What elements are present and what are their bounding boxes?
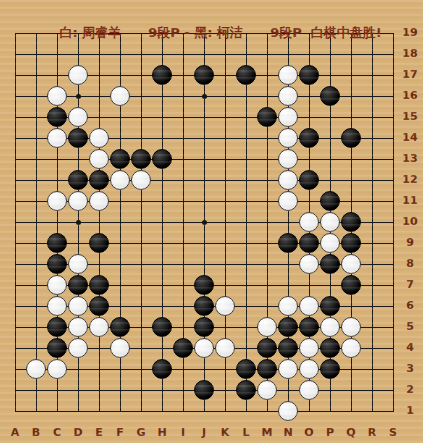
- row-label: 12: [398, 173, 422, 186]
- row-label: 18: [398, 47, 422, 60]
- row-labels: 19181716151413121110987654321: [0, 0, 423, 443]
- row-label: 3: [398, 362, 422, 375]
- row-label: 14: [398, 131, 422, 144]
- row-label: 15: [398, 110, 422, 123]
- row-label: 7: [398, 278, 422, 291]
- row-label: 17: [398, 68, 422, 81]
- row-label: 16: [398, 89, 422, 102]
- row-label: 4: [398, 341, 422, 354]
- row-label: 2: [398, 383, 422, 396]
- row-label: 10: [398, 215, 422, 228]
- row-label: 9: [398, 236, 422, 249]
- row-label: 8: [398, 257, 422, 270]
- row-label: 11: [398, 194, 422, 207]
- row-label: 5: [398, 320, 422, 333]
- row-label: 1: [398, 404, 422, 417]
- row-label: 13: [398, 152, 422, 165]
- go-game-viewer: 白: 周睿羊 9段P - 黑: 柯洁 9段P 白棋中盘胜! ABCDEFGHIJ…: [0, 0, 423, 443]
- row-label: 6: [398, 299, 422, 312]
- row-label: 19: [398, 26, 422, 39]
